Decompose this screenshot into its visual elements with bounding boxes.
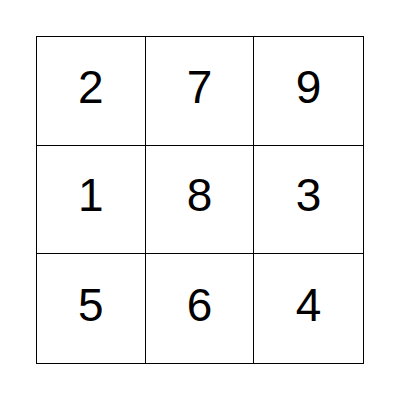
number-grid-board: 2 7 9 1 8 3 5 6 4: [36, 36, 364, 364]
page-canvas: 2 7 9 1 8 3 5 6 4: [0, 0, 400, 400]
grid-cell-r2c3: 3: [254, 146, 363, 255]
grid-cell-r2c2: 8: [146, 146, 255, 255]
cell-value: 3: [296, 172, 322, 218]
cell-value: 9: [296, 64, 322, 110]
cell-value: 4: [296, 282, 322, 328]
grid-cell-r3c1: 5: [37, 254, 146, 363]
cell-value: 5: [78, 282, 104, 328]
grid-cell-r1c3: 9: [254, 37, 363, 146]
cell-value: 8: [187, 172, 213, 218]
grid-cell-r1c2: 7: [146, 37, 255, 146]
cell-value: 1: [78, 172, 104, 218]
cell-value: 2: [78, 64, 104, 110]
grid-cell-r2c1: 1: [37, 146, 146, 255]
grid-cell-r1c1: 2: [37, 37, 146, 146]
cell-value: 6: [187, 282, 213, 328]
grid-cell-r3c2: 6: [146, 254, 255, 363]
cell-value: 7: [187, 64, 213, 110]
grid-cell-r3c3: 4: [254, 254, 363, 363]
